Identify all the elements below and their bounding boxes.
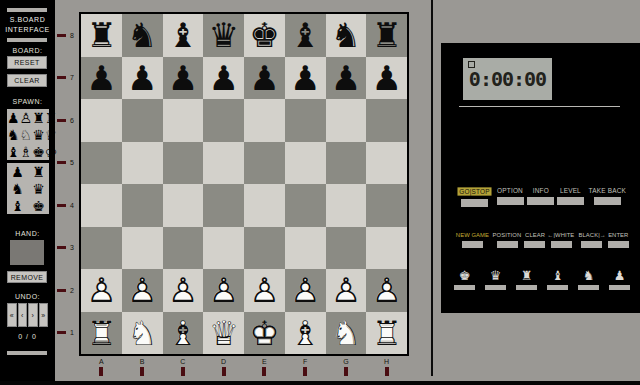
file-col-g: G [326,358,367,376]
rank-label-7: 7 [70,74,74,81]
select-pawn-button[interactable] [609,285,630,290]
file-label-g: G [343,358,348,365]
rook-icon: ♜ [521,269,533,282]
rank-row-7: 7 [57,57,79,100]
square-f5[interactable] [285,142,326,185]
square-h5[interactable] [366,142,407,185]
piece-white-bishop[interactable]: ♝♗ [168,316,198,350]
spawn-black-queen[interactable]: ♛ [28,180,49,197]
white-label: ←|WHITE [548,231,575,237]
piece-white-pawn[interactable]: ♟♙ [127,273,157,307]
piece-white-pawn[interactable]: ♟♙ [208,273,238,307]
file-col-a: A [81,358,122,376]
piece-black-pawn[interactable]: ♟ [11,165,24,179]
square-a4[interactable] [81,184,122,227]
spawn-white-queen[interactable]: ♛♕ [32,126,57,143]
new-game-group: NEW GAME [454,231,491,248]
rank-tick [57,161,66,164]
spawn-black-king[interactable]: ♚ [28,197,49,214]
square-d3[interactable] [203,227,244,270]
piece-white-rook[interactable]: ♜♖ [32,111,57,125]
square-a3[interactable] [81,227,122,270]
level-button[interactable] [557,197,584,205]
file-col-e: E [244,358,285,376]
square-b2[interactable]: ♟♙ [122,269,163,312]
piece-white-king[interactable]: ♚♔ [249,316,279,350]
file-labels: ABCDEFGH [81,358,407,376]
file-col-f: F [285,358,326,376]
redo-step-button[interactable]: › [28,303,38,327]
clear-group: CLEAR [524,231,546,248]
clock-display: 0:00:00 [463,58,552,100]
piece-white-pawn[interactable]: ♟♙ [331,273,361,307]
square-a5[interactable] [81,142,122,185]
undo-step-button[interactable]: ‹ [18,303,28,327]
select-king-button[interactable] [454,285,475,290]
black-group: BLACK|→ [577,231,607,248]
square-g1[interactable]: ♞♘ [326,312,367,355]
piece-black-pawn[interactable]: ♟ [249,61,279,95]
square-h6[interactable] [366,99,407,142]
take-back-label: TAKE BACK [589,187,626,193]
square-c6[interactable] [163,99,204,142]
rank-row-5: 5 [57,142,79,185]
file-label-b: B [140,358,145,365]
square-e4[interactable] [244,184,285,227]
piece-white-queen[interactable]: ♛♕ [32,128,57,142]
info-group: INFO [527,187,554,207]
square-f1[interactable]: ♝♗ [285,312,326,355]
spawn-black-bishop[interactable]: ♝ [7,197,28,214]
option-button[interactable] [497,197,524,205]
square-e6[interactable] [244,99,285,142]
go-stop-label: GO|STOP [457,187,491,195]
square-c4[interactable] [163,184,204,227]
rank-tick [57,289,66,292]
square-e7[interactable]: ♟ [244,57,285,100]
king-icon: ♚ [459,269,471,282]
square-c8[interactable]: ♝ [163,14,204,57]
piece-white-bishop[interactable]: ♝♗ [290,316,320,350]
clear-button[interactable]: CLEAR [7,74,47,87]
file-label-h: H [384,358,389,365]
piece-white-knight[interactable]: ♞♘ [331,316,361,350]
sidebar: S.BOARD INTERFACE BOARD: RESET CLEAR SPA… [0,0,55,385]
sidebar-title-line1: S.BOARD [0,15,55,25]
spawn-black-rook[interactable]: ♜ [28,163,49,180]
square-e3[interactable] [244,227,285,270]
square-a6[interactable] [81,99,122,142]
level-group: LEVEL [557,187,584,207]
undo-counter: 0 / 0 [0,333,55,340]
hand-section-label: HAND: [0,230,55,237]
select-queen-button[interactable] [485,285,506,290]
enter-group: ENTER [607,231,630,248]
file-label-d: D [221,358,226,365]
position-button[interactable] [497,241,518,248]
piece-white-bishop[interactable]: ♝♗ [7,145,32,159]
remove-button[interactable]: REMOVE [7,271,47,283]
clear-label: CLEAR [525,231,545,237]
file-label-f: F [303,358,307,365]
queen-icon: ♛ [490,269,502,282]
enter-label: ENTER [609,231,629,237]
square-f2[interactable]: ♟♙ [285,269,326,312]
piece-white-queen[interactable]: ♛♕ [208,316,238,350]
spawn-section-label: SPAWN: [0,98,55,105]
undo-section-label: UNDO: [0,293,55,300]
spawn-black-pawn[interactable]: ♟ [7,163,28,180]
square-b1[interactable]: ♞♘ [122,312,163,355]
piece-black-pawn[interactable]: ♟ [208,61,238,95]
square-e2[interactable]: ♟♙ [244,269,285,312]
select-king-group: ♚ [454,269,475,290]
square-g5[interactable] [326,142,367,185]
divider [459,106,620,107]
square-d6[interactable] [203,99,244,142]
rank-labels: 87654321 [57,14,79,354]
file-col-c: C [163,358,204,376]
rank-label-6: 6 [70,117,74,124]
piece-black-pawn[interactable]: ♟ [290,61,320,95]
black-label: BLACK|→ [578,231,605,237]
square-h4[interactable] [366,184,407,227]
square-g6[interactable] [326,99,367,142]
piece-black-pawn[interactable]: ♟ [86,61,116,95]
square-f4[interactable] [285,184,326,227]
rank-row-6: 6 [57,99,79,142]
rank-label-4: 4 [70,202,74,209]
square-c2[interactable]: ♟♙ [163,269,204,312]
square-d5[interactable] [203,142,244,185]
square-e1[interactable]: ♚♔ [244,312,285,355]
knight-icon: ♞ [583,269,595,282]
piece-black-pawn[interactable]: ♟ [331,61,361,95]
rank-tick [57,76,66,79]
piece-white-knight[interactable]: ♞♘ [127,316,157,350]
square-h7[interactable]: ♟ [366,57,407,100]
square-a1[interactable]: ♜♖ [81,312,122,355]
square-g7[interactable]: ♟ [326,57,367,100]
info-label: INFO [533,187,549,193]
board-section-label: BOARD: [0,47,55,54]
sidebar-title-line2: INTERFACE [0,25,55,35]
divider [7,8,47,12]
file-tick [385,367,389,376]
file-label-c: C [180,358,185,365]
file-tick [262,367,266,376]
square-b3[interactable] [122,227,163,270]
file-col-h: H [366,358,407,376]
clock-digits: 0:00:00 [463,67,552,91]
option-group: OPTION [496,187,524,207]
spawn-white-palette: ♟♙♜♖♞♘♛♕♝♗♚♔ [7,109,49,160]
piece-black-king[interactable]: ♚ [32,199,45,213]
piece-black-bishop[interactable]: ♝ [168,18,198,52]
rank-tick [57,119,66,122]
square-d7[interactable]: ♟ [203,57,244,100]
square-c7[interactable]: ♟ [163,57,204,100]
square-g8[interactable]: ♞ [326,14,367,57]
piece-black-rook[interactable]: ♜ [32,165,45,179]
piece-black-bishop[interactable]: ♝ [11,199,24,213]
divider [7,351,47,355]
rank-tick [57,331,66,334]
bishop-icon: ♝ [552,269,564,282]
square-h1[interactable]: ♜♖ [366,312,407,355]
rank-label-8: 8 [70,32,74,39]
piece-white-pawn[interactable]: ♟♙ [168,273,198,307]
square-e5[interactable] [244,142,285,185]
rank-label-3: 3 [70,244,74,251]
spawn-white-rook[interactable]: ♜♖ [32,109,57,126]
redo-all-button[interactable]: » [39,303,49,327]
square-g2[interactable]: ♟♙ [326,269,367,312]
rank-row-4: 4 [57,184,79,227]
file-tick [344,367,348,376]
menu-button-row: GO|STOPOPTIONINFOLEVELTAKE BACK [456,187,628,207]
piece-black-bishop[interactable]: ♝ [290,18,320,52]
file-tick [99,367,103,376]
spawn-black-knight[interactable]: ♞ [7,180,28,197]
rank-row-2: 2 [57,269,79,312]
white-group: ←|WHITE [546,231,576,248]
piece-black-knight[interactable]: ♞ [11,182,24,196]
rank-row-3: 3 [57,227,79,270]
square-b5[interactable] [122,142,163,185]
piece-black-rook[interactable]: ♜ [86,18,116,52]
panel-divider [431,0,433,376]
piece-white-rook[interactable]: ♜♖ [86,316,116,350]
square-b7[interactable]: ♟ [122,57,163,100]
option-label: OPTION [497,187,523,193]
divider [7,38,47,42]
file-label-e: E [262,358,267,365]
file-col-b: B [122,358,163,376]
rank-tick [57,204,66,207]
pawn-icon: ♟ [614,269,626,282]
go-stop-button[interactable] [461,199,488,207]
enter-button[interactable] [608,241,629,248]
spawn-white-king[interactable]: ♚♔ [32,143,57,160]
select-knight-button[interactable] [578,285,599,290]
rank-row-8: 8 [57,14,79,57]
square-c1[interactable]: ♝♗ [163,312,204,355]
undo-all-button[interactable]: « [7,303,17,327]
piece-black-queen[interactable]: ♛ [32,182,45,196]
info-button[interactable] [527,197,554,205]
spawn-white-knight[interactable]: ♞♘ [7,126,32,143]
piece-white-pawn[interactable]: ♟♙ [249,273,279,307]
rank-label-1: 1 [70,329,74,336]
file-tick [181,367,185,376]
square-d8[interactable]: ♛ [203,14,244,57]
file-tick [303,367,307,376]
square-f3[interactable] [285,227,326,270]
square-d4[interactable] [203,184,244,227]
white-button[interactable] [551,241,572,248]
piece-white-pawn[interactable]: ♟♙ [7,111,32,125]
spawn-black-palette: ♟♜♞♛♝♚ [7,163,49,214]
square-a7[interactable]: ♟ [81,57,122,100]
square-g4[interactable] [326,184,367,227]
square-e8[interactable]: ♚ [244,14,285,57]
select-queen-group: ♛ [485,269,506,290]
square-a8[interactable]: ♜ [81,14,122,57]
control-button-row: NEW GAMEPOSITIONCLEAR←|WHITEBLACK|→ENTER [454,231,630,248]
piece-black-king[interactable]: ♚ [249,18,279,52]
file-tick [222,367,226,376]
square-d2[interactable]: ♟♙ [203,269,244,312]
square-h3[interactable] [366,227,407,270]
clear-button[interactable] [524,241,545,248]
square-f8[interactable]: ♝ [285,14,326,57]
square-c5[interactable] [163,142,204,185]
square-h2[interactable]: ♟♙ [366,269,407,312]
reset-button[interactable]: RESET [7,56,47,69]
spawn-white-bishop[interactable]: ♝♗ [7,143,32,160]
piece-white-knight[interactable]: ♞♘ [7,128,32,142]
rank-tick [57,34,66,37]
rank-tick [57,246,66,249]
select-rook-group: ♜ [516,269,537,290]
rank-label-5: 5 [70,159,74,166]
piece-black-knight[interactable]: ♞ [127,18,157,52]
position-label: POSITION [493,231,522,237]
bottom-strip [0,381,640,385]
piece-white-pawn[interactable]: ♟♙ [371,273,401,307]
select-rook-button[interactable] [516,285,537,290]
square-h8[interactable]: ♜ [366,14,407,57]
piece-black-knight[interactable]: ♞ [331,18,361,52]
square-c3[interactable] [163,227,204,270]
select-bishop-group: ♝ [547,269,568,290]
take-back-group: TAKE BACK [587,187,628,207]
select-knight-group: ♞ [578,269,599,290]
go-stop-group: GO|STOP [456,187,493,207]
square-b4[interactable] [122,184,163,227]
square-d1[interactable]: ♛♕ [203,312,244,355]
file-label-a: A [99,358,104,365]
control-panel: 0:00:00 GO|STOPOPTIONINFOLEVELTAKE BACK … [441,43,640,313]
hand-slot[interactable] [10,240,44,265]
sidebar-title: S.BOARD INTERFACE [0,15,55,35]
piece-button-row: ♚♛♜♝♞♟ [454,269,630,290]
piece-black-queen[interactable]: ♛ [208,18,238,52]
rank-row-1: 1 [57,312,79,355]
undo-controls: «‹›» [7,303,48,327]
square-g3[interactable] [326,227,367,270]
piece-white-king[interactable]: ♚♔ [32,145,57,159]
select-pawn-group: ♟ [609,269,630,290]
piece-white-rook[interactable]: ♜♖ [371,316,401,350]
piece-black-pawn[interactable]: ♟ [168,61,198,95]
file-col-d: D [203,358,244,376]
rank-label-2: 2 [70,287,74,294]
piece-white-pawn[interactable]: ♟♙ [86,273,116,307]
piece-black-rook[interactable]: ♜ [371,18,401,52]
piece-black-pawn[interactable]: ♟ [127,61,157,95]
black-button[interactable] [581,241,602,248]
square-b8[interactable]: ♞ [122,14,163,57]
square-b6[interactable] [122,99,163,142]
square-f6[interactable] [285,99,326,142]
piece-white-pawn[interactable]: ♟♙ [290,273,320,307]
chess-board: ♜♞♝♛♚♝♞♜♟♟♟♟♟♟♟♟♟♙♟♙♟♙♟♙♟♙♟♙♟♙♟♙♜♖♞♘♝♗♛♕… [79,12,409,356]
file-tick [140,367,144,376]
square-a2[interactable]: ♟♙ [81,269,122,312]
square-f7[interactable]: ♟ [285,57,326,100]
take-back-button[interactable] [594,197,621,205]
new-game-label: NEW GAME [456,231,489,237]
piece-black-pawn[interactable]: ♟ [371,61,401,95]
select-bishop-button[interactable] [547,285,568,290]
level-label: LEVEL [560,187,581,193]
position-group: POSITION [491,231,523,248]
spawn-white-pawn[interactable]: ♟♙ [7,109,32,126]
new-game-button[interactable] [462,241,483,248]
